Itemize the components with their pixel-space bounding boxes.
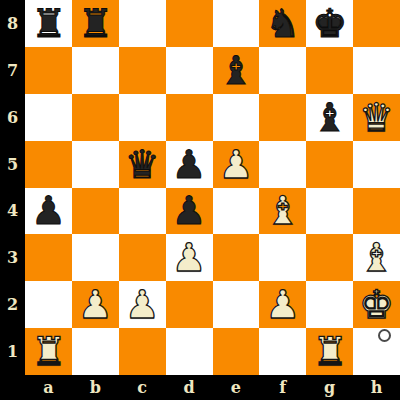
piece-black-bishop[interactable]: ♝ [213,47,260,94]
square-a8[interactable]: ♜ [25,0,72,47]
square-h2[interactable]: ♚ [353,281,400,328]
file-label-h: h [353,375,400,400]
piece-white-pawn[interactable]: ♟ [213,141,260,188]
rank-label-8: 8 [0,0,25,47]
square-g6[interactable]: ♝ [306,94,353,141]
rank-labels: 87654321 [0,0,25,375]
square-g7[interactable] [306,47,353,94]
piece-white-pawn[interactable]: ♟ [72,281,119,328]
rank-label-7: 7 [0,47,25,94]
square-d7[interactable] [166,47,213,94]
square-d6[interactable] [166,94,213,141]
square-h4[interactable] [353,188,400,235]
square-g5[interactable] [306,141,353,188]
white-to-move-indicator [378,329,391,342]
square-b4[interactable] [72,188,119,235]
piece-black-bishop[interactable]: ♝ [306,94,353,141]
piece-black-pawn[interactable]: ♟ [166,188,213,235]
square-a7[interactable] [25,47,72,94]
square-d5[interactable]: ♟ [166,141,213,188]
piece-black-pawn[interactable]: ♟ [166,141,213,188]
file-label-d: d [166,375,213,400]
piece-white-pawn[interactable]: ♟ [259,281,306,328]
piece-white-king[interactable]: ♚ [353,281,400,328]
square-g3[interactable] [306,234,353,281]
square-a4[interactable]: ♟ [25,188,72,235]
square-h8[interactable] [353,0,400,47]
rank-label-6: 6 [0,94,25,141]
square-e3[interactable] [213,234,260,281]
file-label-b: b [72,375,119,400]
file-label-a: a [25,375,72,400]
square-c2[interactable]: ♟ [119,281,166,328]
square-d3[interactable]: ♟ [166,234,213,281]
square-f3[interactable] [259,234,306,281]
square-e4[interactable] [213,188,260,235]
piece-black-queen[interactable]: ♛ [119,141,166,188]
square-f1[interactable] [259,328,306,375]
piece-black-knight[interactable]: ♞ [259,0,306,47]
file-label-e: e [213,375,260,400]
piece-white-queen[interactable]: ♛ [353,94,400,141]
piece-white-pawn[interactable]: ♟ [119,281,166,328]
chess-board: ♜♜♞♚♝♝♛♛♟♟♟♟♝♟♝♟♟♟♚♜♜ [25,0,400,375]
square-c4[interactable] [119,188,166,235]
square-c7[interactable] [119,47,166,94]
square-g2[interactable] [306,281,353,328]
square-b7[interactable] [72,47,119,94]
square-f5[interactable] [259,141,306,188]
square-e5[interactable]: ♟ [213,141,260,188]
square-f6[interactable] [259,94,306,141]
square-h3[interactable]: ♝ [353,234,400,281]
square-a5[interactable] [25,141,72,188]
square-b2[interactable]: ♟ [72,281,119,328]
piece-white-pawn[interactable]: ♟ [166,234,213,281]
square-a6[interactable] [25,94,72,141]
square-c1[interactable] [119,328,166,375]
square-a2[interactable] [25,281,72,328]
rank-label-1: 1 [0,328,25,375]
square-c3[interactable] [119,234,166,281]
square-e7[interactable]: ♝ [213,47,260,94]
piece-white-bishop[interactable]: ♝ [353,234,400,281]
rank-label-4: 4 [0,188,25,235]
rank-label-2: 2 [0,281,25,328]
square-f4[interactable]: ♝ [259,188,306,235]
square-e2[interactable] [213,281,260,328]
square-f7[interactable] [259,47,306,94]
square-g4[interactable] [306,188,353,235]
file-label-g: g [306,375,353,400]
square-h1[interactable] [353,328,400,375]
square-e6[interactable] [213,94,260,141]
square-b1[interactable] [72,328,119,375]
file-label-c: c [119,375,166,400]
piece-white-rook[interactable]: ♜ [25,328,72,375]
piece-white-bishop[interactable]: ♝ [259,188,306,235]
square-c5[interactable]: ♛ [119,141,166,188]
square-b5[interactable] [72,141,119,188]
piece-black-pawn[interactable]: ♟ [25,188,72,235]
square-a1[interactable]: ♜ [25,328,72,375]
square-h5[interactable] [353,141,400,188]
piece-black-rook[interactable]: ♜ [25,0,72,47]
square-d1[interactable] [166,328,213,375]
square-b3[interactable] [72,234,119,281]
file-label-f: f [259,375,306,400]
rank-label-5: 5 [0,141,25,188]
square-d4[interactable]: ♟ [166,188,213,235]
square-c8[interactable] [119,0,166,47]
chess-board-screenshot: 87654321 ♜♜♞♚♝♝♛♛♟♟♟♟♝♟♝♟♟♟♚♜♜ abcdefgh [0,0,400,400]
file-labels: abcdefgh [25,375,400,400]
square-h6[interactable]: ♛ [353,94,400,141]
square-e8[interactable] [213,0,260,47]
square-e1[interactable] [213,328,260,375]
square-g8[interactable]: ♚ [306,0,353,47]
square-g1[interactable]: ♜ [306,328,353,375]
square-h7[interactable] [353,47,400,94]
piece-black-king[interactable]: ♚ [306,0,353,47]
square-c6[interactable] [119,94,166,141]
square-d2[interactable] [166,281,213,328]
square-f8[interactable]: ♞ [259,0,306,47]
square-d8[interactable] [166,0,213,47]
square-b6[interactable] [72,94,119,141]
rank-label-3: 3 [0,234,25,281]
piece-black-rook[interactable]: ♜ [72,0,119,47]
piece-white-rook[interactable]: ♜ [306,328,353,375]
square-b8[interactable]: ♜ [72,0,119,47]
square-f2[interactable]: ♟ [259,281,306,328]
square-a3[interactable] [25,234,72,281]
